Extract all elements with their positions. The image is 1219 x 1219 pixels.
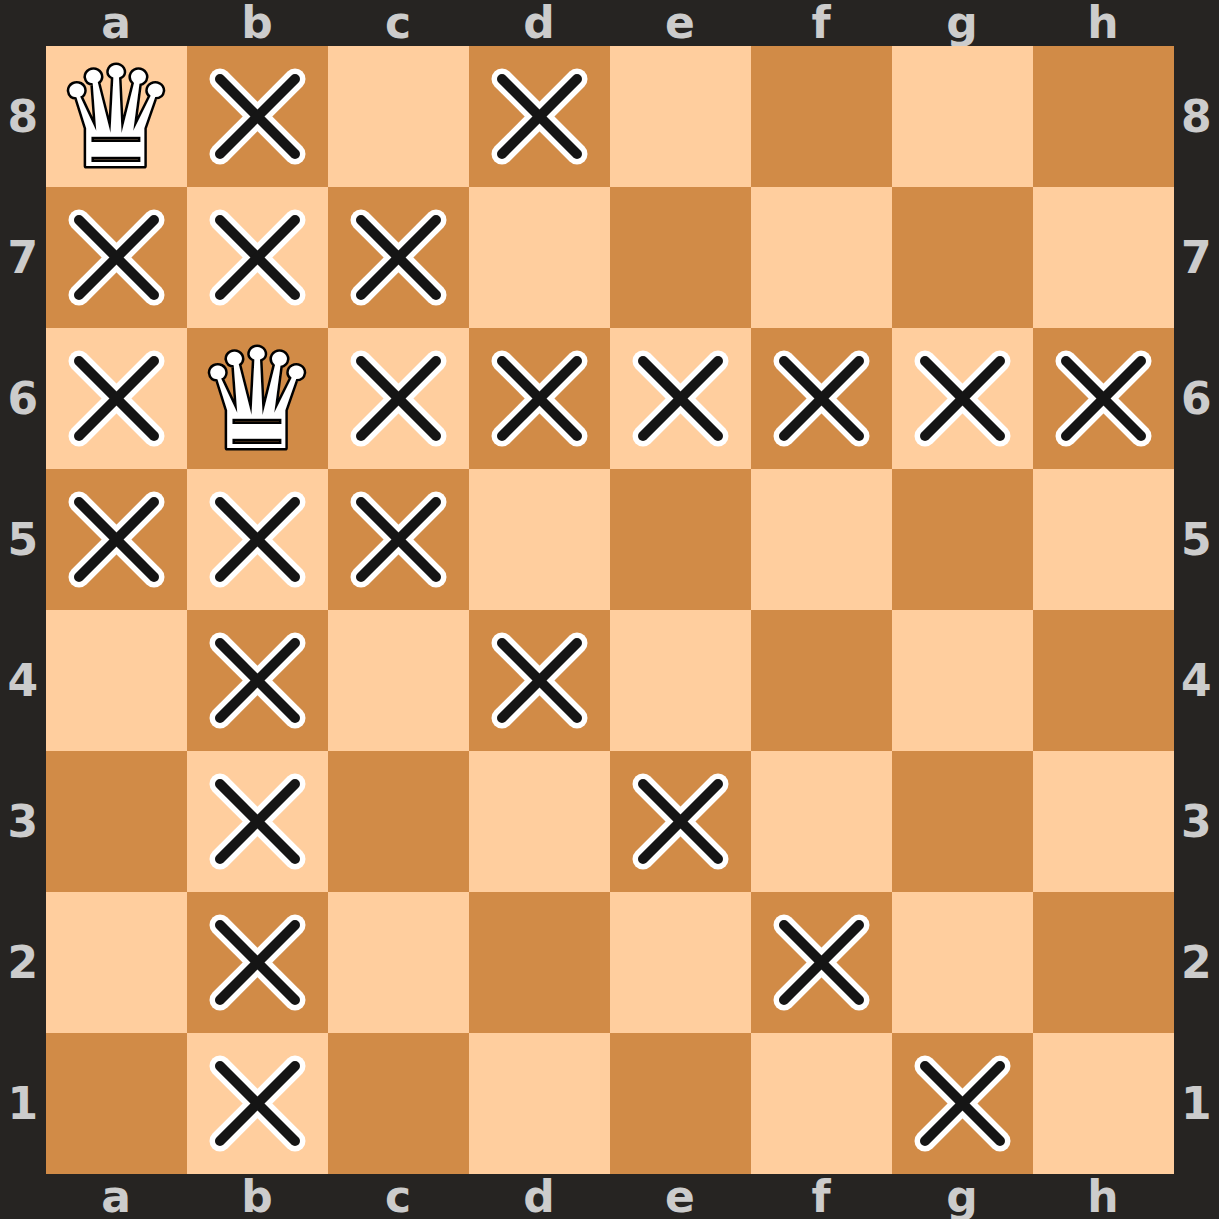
x-mark	[1033, 328, 1174, 469]
square-a4[interactable]	[46, 610, 187, 751]
rank-label-7-left: 7	[0, 187, 46, 328]
square-d5[interactable]	[469, 469, 610, 610]
x-mark	[187, 187, 328, 328]
square-f7[interactable]	[751, 187, 892, 328]
square-f2[interactable]	[751, 892, 892, 1033]
square-d8[interactable]	[469, 46, 610, 187]
square-e3[interactable]	[610, 751, 751, 892]
square-b5[interactable]	[187, 469, 328, 610]
square-g4[interactable]	[892, 610, 1033, 751]
square-b2[interactable]	[187, 892, 328, 1033]
square-c7[interactable]	[328, 187, 469, 328]
x-mark	[469, 610, 610, 751]
file-label-c-bottom: c	[328, 1174, 469, 1219]
x-mark	[328, 328, 469, 469]
square-a7[interactable]	[46, 187, 187, 328]
square-f6[interactable]	[751, 328, 892, 469]
square-d4[interactable]	[469, 610, 610, 751]
square-e7[interactable]	[610, 187, 751, 328]
square-b6[interactable]: ♛	[187, 328, 328, 469]
x-mark	[46, 328, 187, 469]
square-d7[interactable]	[469, 187, 610, 328]
square-h1[interactable]	[1033, 1033, 1174, 1174]
file-label-b-top: b	[187, 0, 328, 46]
square-c3[interactable]	[328, 751, 469, 892]
square-g2[interactable]	[892, 892, 1033, 1033]
square-e6[interactable]	[610, 328, 751, 469]
file-label-h-top: h	[1033, 0, 1174, 46]
x-mark	[187, 610, 328, 751]
square-b3[interactable]	[187, 751, 328, 892]
file-label-g-bottom: g	[892, 1174, 1033, 1219]
square-b4[interactable]	[187, 610, 328, 751]
rank-label-6-left: 6	[0, 328, 46, 469]
white-queen[interactable]: ♛	[52, 52, 180, 180]
piece-glyph: ♛	[195, 320, 319, 481]
x-mark	[610, 751, 751, 892]
x-mark	[892, 1033, 1033, 1174]
rank-label-5-right: 5	[1174, 469, 1219, 610]
square-a8[interactable]: ♛	[46, 46, 187, 187]
square-c8[interactable]	[328, 46, 469, 187]
x-mark	[46, 187, 187, 328]
x-mark	[469, 46, 610, 187]
rank-label-3-left: 3	[0, 751, 46, 892]
x-mark	[751, 892, 892, 1033]
square-f8[interactable]	[751, 46, 892, 187]
square-g6[interactable]	[892, 328, 1033, 469]
square-e1[interactable]	[610, 1033, 751, 1174]
x-mark	[187, 469, 328, 610]
square-e2[interactable]	[610, 892, 751, 1033]
chessboard: abcdefgh8♛8776♛65544332211abcdefgh	[0, 0, 1219, 1219]
square-h2[interactable]	[1033, 892, 1174, 1033]
x-mark	[187, 1033, 328, 1174]
rank-label-7-right: 7	[1174, 187, 1219, 328]
file-label-d-top: d	[469, 0, 610, 46]
square-f3[interactable]	[751, 751, 892, 892]
square-b8[interactable]	[187, 46, 328, 187]
square-c2[interactable]	[328, 892, 469, 1033]
x-mark	[469, 328, 610, 469]
square-c4[interactable]	[328, 610, 469, 751]
square-g5[interactable]	[892, 469, 1033, 610]
square-f5[interactable]	[751, 469, 892, 610]
square-f1[interactable]	[751, 1033, 892, 1174]
square-f4[interactable]	[751, 610, 892, 751]
rank-label-5-left: 5	[0, 469, 46, 610]
square-a2[interactable]	[46, 892, 187, 1033]
square-b7[interactable]	[187, 187, 328, 328]
file-label-e-top: e	[610, 0, 751, 46]
file-label-d-bottom: d	[469, 1174, 610, 1219]
rank-label-3-right: 3	[1174, 751, 1219, 892]
rank-label-4-right: 4	[1174, 610, 1219, 751]
square-d6[interactable]	[469, 328, 610, 469]
square-a1[interactable]	[46, 1033, 187, 1174]
square-g7[interactable]	[892, 187, 1033, 328]
x-mark	[610, 328, 751, 469]
x-mark	[187, 751, 328, 892]
file-label-a-bottom: a	[46, 1174, 187, 1219]
x-mark	[46, 469, 187, 610]
x-mark	[187, 46, 328, 187]
square-a5[interactable]	[46, 469, 187, 610]
piece-glyph: ♛	[54, 38, 178, 199]
square-e4[interactable]	[610, 610, 751, 751]
x-mark	[751, 328, 892, 469]
file-label-f-bottom: f	[751, 1174, 892, 1219]
file-label-e-bottom: e	[610, 1174, 751, 1219]
square-h7[interactable]	[1033, 187, 1174, 328]
frame-corner	[1174, 1174, 1219, 1219]
square-g1[interactable]	[892, 1033, 1033, 1174]
square-e5[interactable]	[610, 469, 751, 610]
file-label-b-bottom: b	[187, 1174, 328, 1219]
square-h4[interactable]	[1033, 610, 1174, 751]
x-mark	[892, 328, 1033, 469]
rank-label-1-left: 1	[0, 1033, 46, 1174]
square-c5[interactable]	[328, 469, 469, 610]
square-a3[interactable]	[46, 751, 187, 892]
square-h3[interactable]	[1033, 751, 1174, 892]
rank-label-2-left: 2	[0, 892, 46, 1033]
square-d3[interactable]	[469, 751, 610, 892]
rank-label-1-right: 1	[1174, 1033, 1219, 1174]
frame-corner	[0, 0, 46, 46]
square-e8[interactable]	[610, 46, 751, 187]
square-d1[interactable]	[469, 1033, 610, 1174]
square-b1[interactable]	[187, 1033, 328, 1174]
square-h5[interactable]	[1033, 469, 1174, 610]
square-d2[interactable]	[469, 892, 610, 1033]
rank-label-8-right: 8	[1174, 46, 1219, 187]
rank-label-6-right: 6	[1174, 328, 1219, 469]
square-g8[interactable]	[892, 46, 1033, 187]
square-h8[interactable]	[1033, 46, 1174, 187]
file-label-c-top: c	[328, 0, 469, 46]
rank-label-4-left: 4	[0, 610, 46, 751]
rank-label-2-right: 2	[1174, 892, 1219, 1033]
x-mark	[187, 892, 328, 1033]
square-h6[interactable]	[1033, 328, 1174, 469]
square-c1[interactable]	[328, 1033, 469, 1174]
file-label-h-bottom: h	[1033, 1174, 1174, 1219]
x-mark	[328, 187, 469, 328]
square-g3[interactable]	[892, 751, 1033, 892]
frame-corner	[1174, 0, 1219, 46]
rank-label-8-left: 8	[0, 46, 46, 187]
x-mark	[328, 469, 469, 610]
white-queen[interactable]: ♛	[193, 334, 321, 462]
file-label-f-top: f	[751, 0, 892, 46]
square-a6[interactable]	[46, 328, 187, 469]
square-c6[interactable]	[328, 328, 469, 469]
file-label-g-top: g	[892, 0, 1033, 46]
frame-corner	[0, 1174, 46, 1219]
